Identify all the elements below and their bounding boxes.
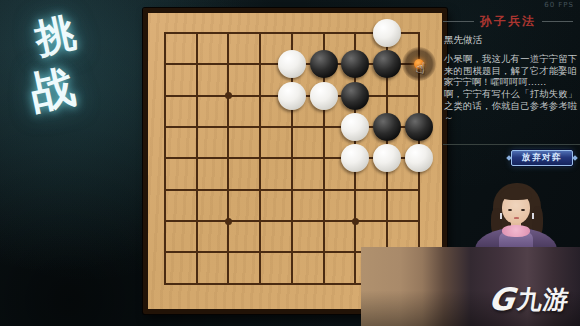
black-stone (341, 50, 369, 78)
black-stone (341, 82, 369, 110)
give-up-button[interactable]: 放弃对弈 (511, 150, 573, 166)
title-rule-right (542, 21, 573, 22)
white-stone (310, 82, 338, 110)
black-stone (310, 50, 338, 78)
npc-dialogue: 小呆啊，我这儿有一道宁宁留下来的围棋题目，解了它才能娶咱家宁宁啊！嚯呵呵呵…… … (444, 53, 577, 123)
star-point (352, 218, 359, 225)
9game-logo-text: 九游 (515, 283, 572, 316)
challenge-calligraphy: 挑 战 (12, 2, 105, 134)
white-stone (405, 144, 433, 172)
grid-line-horizontal (164, 189, 420, 191)
white-stone (278, 82, 306, 110)
black-stone (373, 113, 401, 141)
star-point (225, 218, 232, 225)
title-rule-left (443, 21, 474, 22)
puzzle-title: 孙子兵法 (480, 13, 536, 30)
9game-watermark-logo: G 九游 (487, 283, 572, 316)
dialogue-paragraph-1: 小呆啊，我这儿有一道宁宁留下来的围棋题目，解了它才能娶咱家宁宁啊！嚯呵呵呵…… (444, 53, 577, 88)
white-stone (341, 113, 369, 141)
fps-counter: 60 FPS (544, 1, 574, 9)
game-scene: 挑 战 ☝ 60 FPS 孙子兵法 黑先做活 小呆啊，我这儿有一道宁宁留下来的围… (0, 0, 580, 326)
panel-divider (443, 144, 580, 145)
white-stone (373, 19, 401, 47)
9game-logo-glyph: G (487, 284, 517, 315)
puzzle-objective: 黑先做活 (444, 34, 482, 47)
dialogue-paragraph-2: 啊，宁宁有写什么「打劫失败」之类的话，你就自己参考参考啦～ (444, 88, 577, 123)
puzzle-title-row: 孙子兵法 (443, 13, 573, 30)
white-stone (373, 144, 401, 172)
white-stone (341, 144, 369, 172)
hint-marker[interactable]: ☝ (402, 47, 436, 81)
black-stone (405, 113, 433, 141)
hand-cursor-icon: ☝ (414, 59, 426, 78)
white-stone (278, 50, 306, 78)
challenge-char-2: 战 (25, 52, 104, 124)
star-point (225, 92, 232, 99)
black-stone (373, 50, 401, 78)
challenge-char-1: 挑 (30, 2, 92, 67)
grid-line-horizontal (164, 220, 420, 222)
